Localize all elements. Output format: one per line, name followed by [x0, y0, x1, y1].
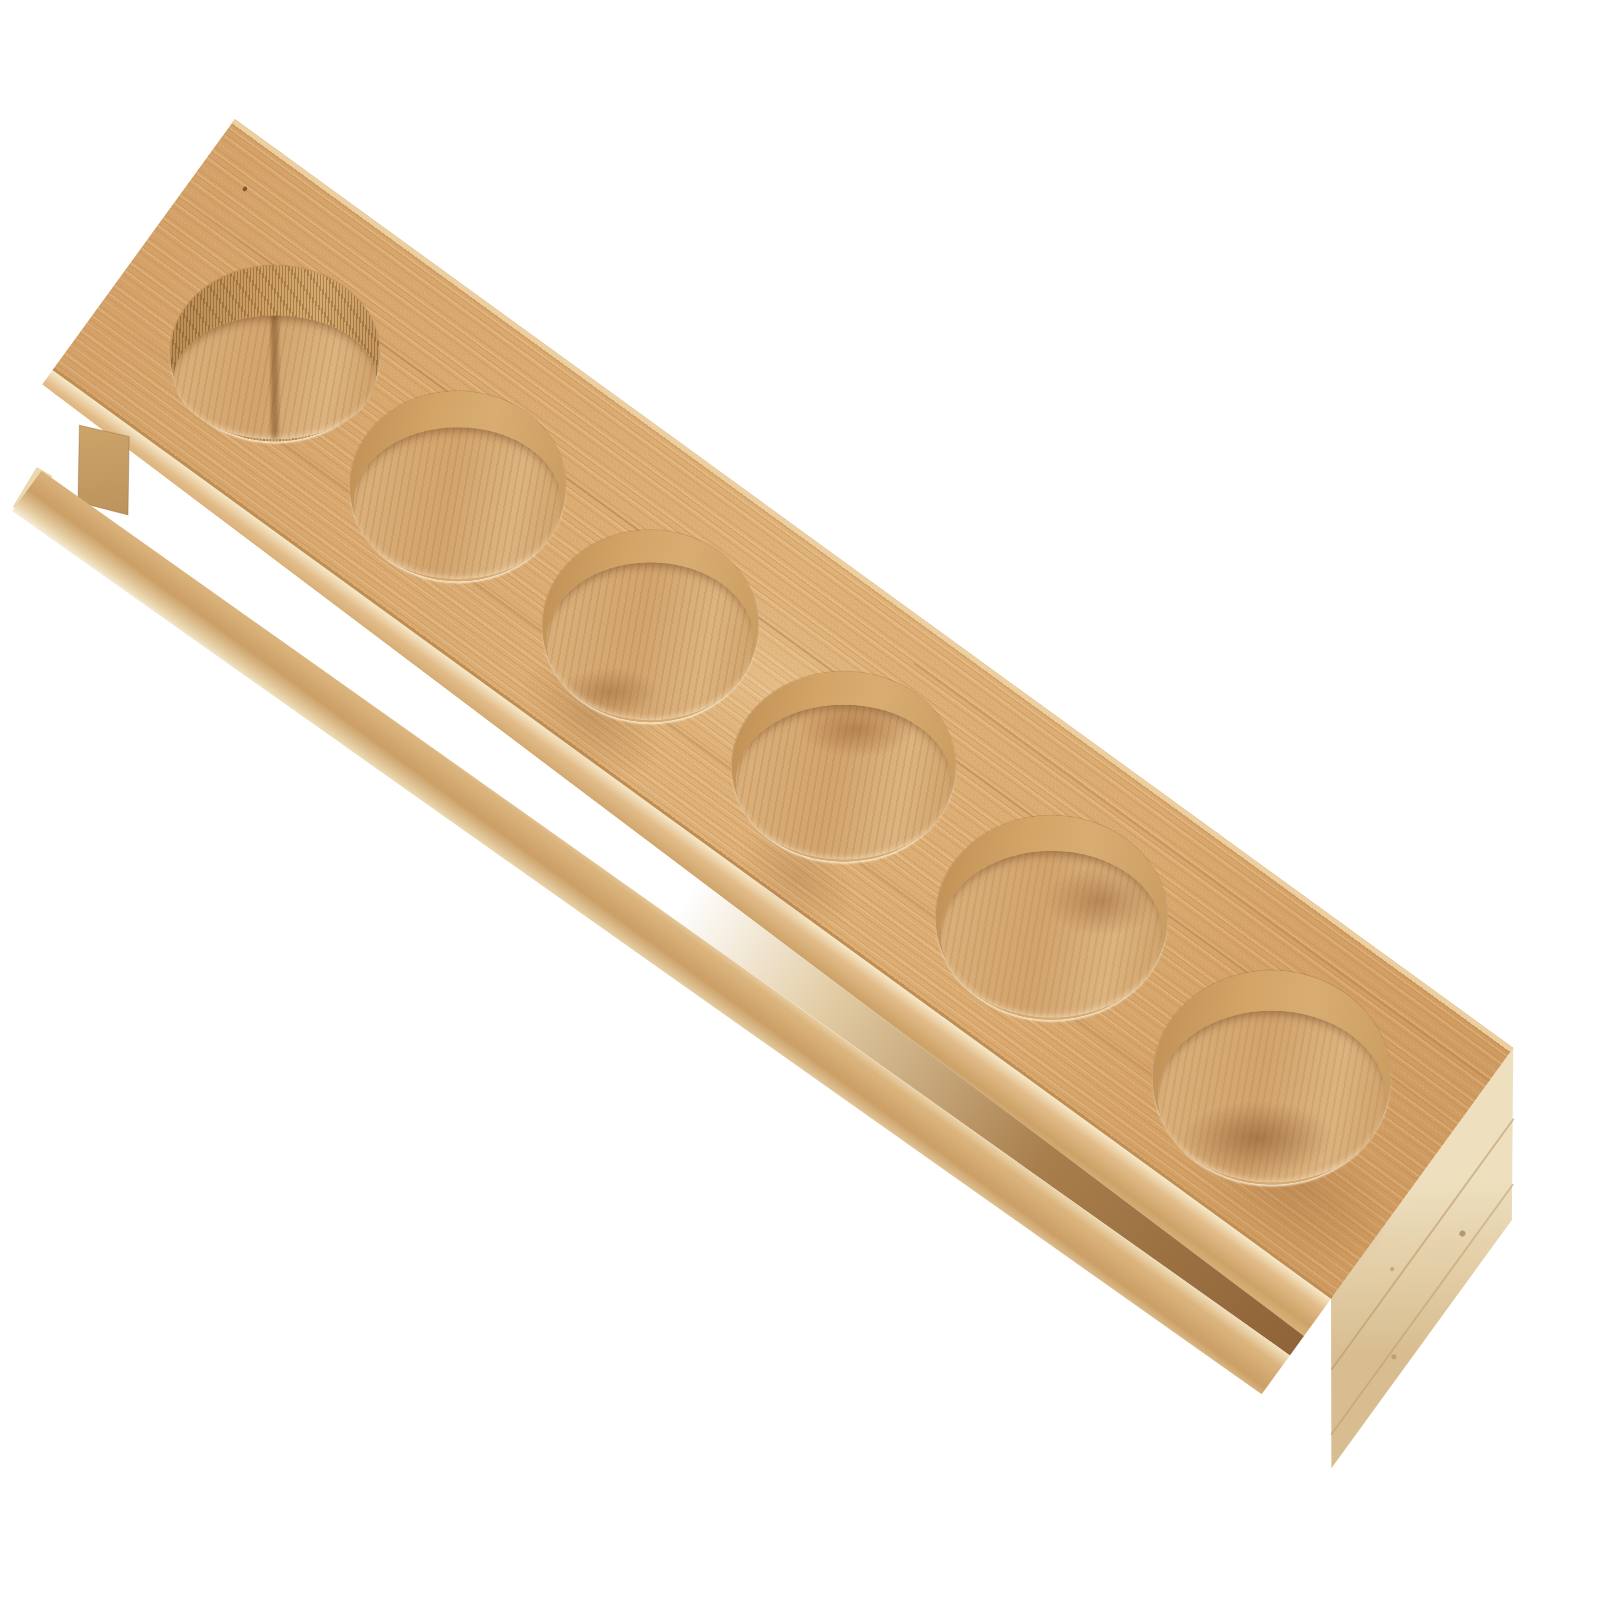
pit-1[interactable] [170, 265, 380, 441]
photo-canvas [0, 0, 1600, 1600]
pit-4[interactable] [732, 672, 956, 862]
pit-3[interactable] [542, 530, 758, 722]
pit-5[interactable] [936, 816, 1168, 1020]
pit-2[interactable] [350, 391, 566, 581]
pit-6[interactable] [1152, 970, 1390, 1184]
